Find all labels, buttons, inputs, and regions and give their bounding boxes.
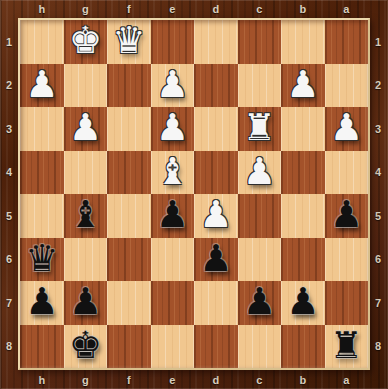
square-d1[interactable] (194, 20, 238, 64)
rank-label-8: 8 (368, 325, 388, 369)
square-f8[interactable] (107, 325, 151, 369)
square-b7[interactable]: ♟ (281, 281, 325, 325)
square-g7[interactable]: ♟ (64, 281, 108, 325)
square-f7[interactable] (107, 281, 151, 325)
file-label-e: e (151, 0, 195, 18)
square-h7[interactable]: ♟ (20, 281, 64, 325)
file-label-e: e (151, 370, 195, 389)
square-b5[interactable] (281, 194, 325, 238)
square-a7[interactable] (325, 281, 369, 325)
rank-label-6: 6 (368, 238, 388, 282)
square-c6[interactable] (238, 238, 282, 282)
rank-label-3: 3 (0, 107, 18, 151)
file-label-f: f (107, 0, 151, 18)
square-h3[interactable] (20, 107, 64, 151)
square-b3[interactable] (281, 107, 325, 151)
square-f3[interactable] (107, 107, 151, 151)
square-b1[interactable] (281, 20, 325, 64)
file-label-c: c (238, 370, 282, 389)
file-label-b: b (281, 370, 325, 389)
square-g5[interactable]: ♝ (64, 194, 108, 238)
white-queen-f1[interactable]: ♛ (112, 22, 145, 59)
rank-label-1: 1 (0, 20, 18, 64)
rank-label-4: 4 (0, 151, 18, 195)
file-label-a: a (325, 0, 369, 18)
square-c2[interactable] (238, 64, 282, 108)
white-king-g1[interactable]: ♚ (69, 22, 102, 59)
square-d2[interactable] (194, 64, 238, 108)
black-pawn-h7[interactable]: ♟ (25, 283, 58, 320)
square-a4[interactable] (325, 151, 369, 195)
square-c3[interactable]: ♜ (238, 107, 282, 151)
square-h2[interactable]: ♟ (20, 64, 64, 108)
rank-label-2: 2 (368, 64, 388, 108)
rank-label-7: 7 (368, 281, 388, 325)
file-label-f: f (107, 370, 151, 389)
black-pawn-c7[interactable]: ♟ (243, 283, 276, 320)
square-d8[interactable] (194, 325, 238, 369)
rank-label-8: 8 (0, 325, 18, 369)
square-d6[interactable]: ♟ (194, 238, 238, 282)
white-bishop-e4[interactable]: ♝ (156, 153, 189, 190)
board-grid: ♚♛♟♟♟♟♟♜♟♝♟♝♟♟♟♛♟♟♟♟♟♚♜ (18, 18, 370, 370)
square-b4[interactable] (281, 151, 325, 195)
file-label-g: g (64, 370, 108, 389)
rank-labels-right: 12345678 (368, 20, 388, 368)
square-f4[interactable] (107, 151, 151, 195)
file-label-b: b (281, 0, 325, 18)
rank-label-1: 1 (368, 20, 388, 64)
square-b6[interactable] (281, 238, 325, 282)
black-king-g8[interactable]: ♚ (69, 327, 102, 364)
rank-labels-left: 12345678 (0, 20, 18, 368)
square-h6[interactable]: ♛ (20, 238, 64, 282)
square-a8[interactable]: ♜ (325, 325, 369, 369)
square-a6[interactable] (325, 238, 369, 282)
square-e3[interactable]: ♟ (151, 107, 195, 151)
black-rook-a8[interactable]: ♜ (330, 327, 363, 364)
square-d3[interactable] (194, 107, 238, 151)
rank-label-5: 5 (0, 194, 18, 238)
rank-label-5: 5 (368, 194, 388, 238)
square-e5[interactable]: ♟ (151, 194, 195, 238)
square-a5[interactable]: ♟ (325, 194, 369, 238)
black-pawn-e5[interactable]: ♟ (156, 196, 189, 233)
square-d5[interactable]: ♟ (194, 194, 238, 238)
square-h1[interactable] (20, 20, 64, 64)
square-h4[interactable] (20, 151, 64, 195)
square-c7[interactable]: ♟ (238, 281, 282, 325)
square-g2[interactable] (64, 64, 108, 108)
rank-label-6: 6 (0, 238, 18, 282)
square-f5[interactable] (107, 194, 151, 238)
rank-label-3: 3 (368, 107, 388, 151)
square-e7[interactable] (151, 281, 195, 325)
square-e4[interactable]: ♝ (151, 151, 195, 195)
square-g4[interactable] (64, 151, 108, 195)
square-e1[interactable] (151, 20, 195, 64)
white-pawn-d5[interactable]: ♟ (199, 196, 232, 233)
square-h5[interactable] (20, 194, 64, 238)
square-c4[interactable]: ♟ (238, 151, 282, 195)
square-f1[interactable]: ♛ (107, 20, 151, 64)
black-bishop-g5[interactable]: ♝ (69, 196, 102, 233)
square-c8[interactable] (238, 325, 282, 369)
square-g3[interactable]: ♟ (64, 107, 108, 151)
black-pawn-g7[interactable]: ♟ (69, 283, 102, 320)
file-label-g: g (64, 0, 108, 18)
square-b2[interactable]: ♟ (281, 64, 325, 108)
file-label-d: d (194, 0, 238, 18)
square-f2[interactable] (107, 64, 151, 108)
white-rook-c3[interactable]: ♜ (243, 109, 276, 146)
black-pawn-a5[interactable]: ♟ (330, 196, 363, 233)
file-labels-bottom: hgfedcba (20, 370, 368, 389)
square-g8[interactable]: ♚ (64, 325, 108, 369)
white-pawn-h2[interactable]: ♟ (25, 66, 58, 103)
white-pawn-e2[interactable]: ♟ (156, 66, 189, 103)
white-pawn-e3[interactable]: ♟ (156, 109, 189, 146)
chess-board-frame: hgfedcba hgfedcba 12345678 12345678 ♚♛♟♟… (0, 0, 388, 389)
file-label-a: a (325, 370, 369, 389)
square-a1[interactable] (325, 20, 369, 64)
square-e8[interactable] (151, 325, 195, 369)
black-queen-h6[interactable]: ♛ (25, 240, 58, 277)
file-label-d: d (194, 370, 238, 389)
black-pawn-b7[interactable]: ♟ (286, 283, 319, 320)
square-g1[interactable]: ♚ (64, 20, 108, 64)
square-a2[interactable] (325, 64, 369, 108)
white-pawn-c4[interactable]: ♟ (243, 153, 276, 190)
square-g6[interactable] (64, 238, 108, 282)
square-h8[interactable] (20, 325, 64, 369)
rank-label-7: 7 (0, 281, 18, 325)
rank-label-2: 2 (0, 64, 18, 108)
square-e6[interactable] (151, 238, 195, 282)
white-pawn-g3[interactable]: ♟ (69, 109, 102, 146)
square-f6[interactable] (107, 238, 151, 282)
white-pawn-b2[interactable]: ♟ (286, 66, 319, 103)
square-c5[interactable] (238, 194, 282, 238)
rank-label-4: 4 (368, 151, 388, 195)
square-e2[interactable]: ♟ (151, 64, 195, 108)
file-labels-top: hgfedcba (20, 0, 368, 18)
file-label-c: c (238, 0, 282, 18)
square-a3[interactable]: ♟ (325, 107, 369, 151)
square-c1[interactable] (238, 20, 282, 64)
file-label-h: h (20, 0, 64, 18)
square-b8[interactable] (281, 325, 325, 369)
square-d4[interactable] (194, 151, 238, 195)
white-pawn-a3[interactable]: ♟ (330, 109, 363, 146)
file-label-h: h (20, 370, 64, 389)
square-d7[interactable] (194, 281, 238, 325)
black-pawn-d6[interactable]: ♟ (199, 240, 232, 277)
